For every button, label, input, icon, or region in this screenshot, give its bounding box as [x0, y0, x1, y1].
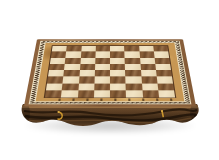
- square-f2[interactable]: [126, 83, 142, 90]
- square-h2[interactable]: [157, 83, 174, 90]
- product-photo-chess-case: [0, 0, 219, 160]
- square-c3[interactable]: [78, 77, 94, 84]
- square-h3[interactable]: [156, 77, 173, 84]
- square-c1[interactable]: [77, 90, 94, 97]
- square-e3[interactable]: [110, 77, 126, 84]
- square-g2[interactable]: [142, 83, 159, 90]
- square-c2[interactable]: [78, 83, 94, 90]
- square-h1[interactable]: [158, 90, 175, 97]
- square-a3[interactable]: [47, 77, 64, 84]
- burl-inlay-marks: [46, 98, 173, 100]
- square-f3[interactable]: [125, 77, 141, 84]
- case-apron: [20, 103, 200, 135]
- square-d3[interactable]: [94, 77, 110, 84]
- frame-dark-line: [44, 45, 177, 98]
- frame-light-line: [34, 42, 185, 101]
- square-d1[interactable]: [94, 90, 110, 97]
- right-latch-pin: [161, 110, 163, 112]
- mosaic-inlay-band: [30, 41, 190, 104]
- board-top: [24, 39, 196, 106]
- burl-inlay-band: [36, 43, 185, 102]
- square-b3[interactable]: [63, 77, 79, 84]
- square-a2[interactable]: [46, 83, 63, 90]
- square-a1[interactable]: [45, 90, 62, 97]
- square-e2[interactable]: [110, 83, 126, 90]
- square-f1[interactable]: [126, 90, 143, 97]
- square-b2[interactable]: [62, 83, 79, 90]
- square-b1[interactable]: [61, 90, 78, 97]
- board-grid: [45, 46, 175, 98]
- square-d2[interactable]: [94, 83, 110, 90]
- square-e1[interactable]: [110, 90, 126, 97]
- frame-light-line: [29, 41, 192, 105]
- square-g1[interactable]: [142, 90, 159, 97]
- square-g3[interactable]: [141, 77, 157, 84]
- left-latch-pin: [57, 111, 59, 113]
